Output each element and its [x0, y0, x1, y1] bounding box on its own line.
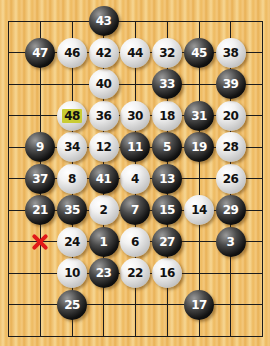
move-number: 34 — [64, 141, 80, 153]
stone-19-black[interactable]: 19 — [184, 132, 214, 162]
stone-7-black[interactable]: 7 — [120, 195, 150, 225]
move-number: 6 — [131, 236, 139, 248]
stone-45-black[interactable]: 45 — [184, 38, 214, 68]
stone-26-white[interactable]: 26 — [216, 164, 246, 194]
move-number: 18 — [159, 110, 175, 122]
stone-3-black[interactable]: 3 — [216, 227, 246, 257]
stone-41-black[interactable]: 41 — [89, 164, 119, 194]
stone-40-white[interactable]: 40 — [89, 69, 119, 99]
stone-31-black[interactable]: 31 — [184, 101, 214, 131]
stone-10-white[interactable]: 10 — [57, 258, 87, 288]
stone-30-white[interactable]: 30 — [120, 101, 150, 131]
move-number: 19 — [191, 141, 207, 153]
grid-line-horizontal — [8, 304, 263, 305]
move-number: 30 — [127, 110, 143, 122]
grid-line-vertical — [262, 21, 263, 337]
stone-27-black[interactable]: 27 — [152, 227, 182, 257]
move-number: 13 — [159, 173, 175, 185]
move-number: 17 — [191, 299, 207, 311]
stone-6-white[interactable]: 6 — [120, 227, 150, 257]
move-number: 21 — [32, 204, 48, 216]
stone-35-black[interactable]: 35 — [57, 195, 87, 225]
stone-12-white[interactable]: 12 — [89, 132, 119, 162]
move-number: 28 — [223, 141, 239, 153]
stone-32-white[interactable]: 32 — [152, 38, 182, 68]
stone-11-black[interactable]: 11 — [120, 132, 150, 162]
stone-9-black[interactable]: 9 — [25, 132, 55, 162]
last-move-number: 48 — [62, 109, 82, 123]
stone-5-black[interactable]: 5 — [152, 132, 182, 162]
stone-37-black[interactable]: 37 — [25, 164, 55, 194]
stone-8-white[interactable]: 8 — [57, 164, 87, 194]
stone-15-black[interactable]: 15 — [152, 195, 182, 225]
move-number: 43 — [96, 15, 112, 27]
move-number: 24 — [64, 236, 80, 248]
stone-20-white[interactable]: 20 — [216, 101, 246, 131]
move-number: 27 — [159, 236, 175, 248]
stone-33-black[interactable]: 33 — [152, 69, 182, 99]
stone-29-black[interactable]: 29 — [216, 195, 246, 225]
stone-47-black[interactable]: 47 — [25, 38, 55, 68]
move-number: 14 — [191, 204, 207, 216]
move-number: 20 — [223, 110, 239, 122]
move-number: 41 — [96, 173, 112, 185]
stone-16-white[interactable]: 16 — [152, 258, 182, 288]
move-number: 33 — [159, 78, 175, 90]
move-number: 22 — [127, 267, 143, 279]
stone-25-black[interactable]: 25 — [57, 290, 87, 320]
stone-22-white[interactable]: 22 — [120, 258, 150, 288]
move-number: 31 — [191, 110, 207, 122]
move-number: 9 — [36, 141, 44, 153]
move-number: 26 — [223, 173, 239, 185]
move-number: 35 — [64, 204, 80, 216]
stone-43-black[interactable]: 43 — [89, 6, 119, 36]
move-number: 39 — [223, 78, 239, 90]
move-number: 42 — [96, 47, 112, 59]
stone-36-white[interactable]: 36 — [89, 101, 119, 131]
stone-39-black[interactable]: 39 — [216, 69, 246, 99]
stone-2-white[interactable]: 2 — [89, 195, 119, 225]
stone-38-white[interactable]: 38 — [216, 38, 246, 68]
move-number: 12 — [96, 141, 112, 153]
go-board[interactable]: 1234567891011121314151617181920212223242… — [0, 0, 270, 346]
red-x-mark — [30, 232, 50, 252]
move-number: 44 — [127, 47, 143, 59]
move-number: 4 — [131, 173, 139, 185]
move-number: 3 — [227, 236, 235, 248]
stone-24-white[interactable]: 24 — [57, 227, 87, 257]
stone-48-white[interactable]: 48 — [57, 101, 87, 131]
move-number: 47 — [32, 47, 48, 59]
move-number: 45 — [191, 47, 207, 59]
move-number: 36 — [96, 110, 112, 122]
move-number: 16 — [159, 267, 175, 279]
move-number: 15 — [159, 204, 175, 216]
move-number: 1 — [100, 236, 108, 248]
grid-line-horizontal — [8, 336, 263, 337]
move-number: 32 — [159, 47, 175, 59]
move-number: 29 — [223, 204, 239, 216]
stone-21-black[interactable]: 21 — [25, 195, 55, 225]
stone-42-white[interactable]: 42 — [89, 38, 119, 68]
move-number: 25 — [64, 299, 80, 311]
stone-23-black[interactable]: 23 — [89, 258, 119, 288]
move-number: 8 — [68, 173, 76, 185]
grid-line-vertical — [8, 21, 9, 337]
move-number: 46 — [64, 47, 80, 59]
stone-4-white[interactable]: 4 — [120, 164, 150, 194]
move-number: 23 — [96, 267, 112, 279]
stone-46-white[interactable]: 46 — [57, 38, 87, 68]
stone-1-black[interactable]: 1 — [89, 227, 119, 257]
move-number: 11 — [127, 141, 143, 153]
move-number: 7 — [131, 204, 139, 216]
stone-44-white[interactable]: 44 — [120, 38, 150, 68]
stone-17-black[interactable]: 17 — [184, 290, 214, 320]
move-number: 37 — [32, 173, 48, 185]
stone-34-white[interactable]: 34 — [57, 132, 87, 162]
move-number: 40 — [96, 78, 112, 90]
stone-18-white[interactable]: 18 — [152, 101, 182, 131]
move-number: 2 — [100, 204, 108, 216]
stone-14-white[interactable]: 14 — [184, 195, 214, 225]
stone-13-black[interactable]: 13 — [152, 164, 182, 194]
grid-line-horizontal — [8, 21, 263, 22]
move-number: 10 — [64, 267, 80, 279]
move-number: 5 — [163, 141, 171, 153]
move-number: 38 — [223, 47, 239, 59]
stone-28-white[interactable]: 28 — [216, 132, 246, 162]
